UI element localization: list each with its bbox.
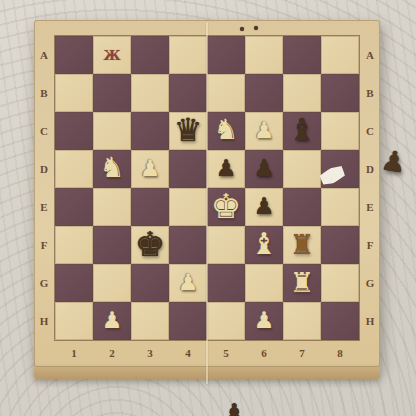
rank-label-bottom-6: 6: [245, 343, 283, 363]
square-e7[interactable]: [283, 188, 321, 226]
square-b4[interactable]: [169, 74, 207, 112]
chess-board: Ж♛♞♟♝♞♟♟♟♚♟♚♝♜♟♜♟♟ AABBCCDDEEFFGGHH12345…: [34, 20, 380, 367]
square-d1[interactable]: [55, 150, 93, 188]
square-g4[interactable]: ♟: [169, 264, 207, 302]
square-f7[interactable]: ♜: [283, 226, 321, 264]
square-h6[interactable]: ♟: [245, 302, 283, 340]
square-e2[interactable]: [93, 188, 131, 226]
square-c7[interactable]: ♝: [283, 112, 321, 150]
square-g3[interactable]: [131, 264, 169, 302]
square-b3[interactable]: [131, 74, 169, 112]
file-label-left-f: F: [37, 226, 51, 264]
square-f5[interactable]: [207, 226, 245, 264]
hinge-screw-icon: [240, 27, 244, 31]
piece-dark-pawn[interactable]: ♟: [254, 157, 275, 180]
file-label-right-g: G: [363, 264, 377, 302]
rank-label-bottom-7: 7: [283, 343, 321, 363]
square-a1[interactable]: [55, 36, 93, 74]
square-a8[interactable]: [321, 36, 359, 74]
square-b8[interactable]: [321, 74, 359, 112]
square-a4[interactable]: [169, 36, 207, 74]
captured-dark-piece-partial[interactable]: ♟: [221, 400, 248, 416]
file-label-left-a: A: [37, 36, 51, 74]
square-f6[interactable]: ♝: [245, 226, 283, 264]
piece-dark-rook[interactable]: ♜: [290, 231, 314, 258]
rank-label-bottom-3: 3: [131, 343, 169, 363]
square-g2[interactable]: [93, 264, 131, 302]
file-label-left-c: C: [37, 112, 51, 150]
file-label-right-f: F: [363, 226, 377, 264]
square-c8[interactable]: [321, 112, 359, 150]
piece-light-pawn[interactable]: ♟: [254, 309, 275, 332]
square-b2[interactable]: [93, 74, 131, 112]
piece-dark-pawn[interactable]: ♟: [254, 195, 275, 218]
piece-dark-queen[interactable]: ♛: [174, 114, 203, 146]
file-label-right-c: C: [363, 112, 377, 150]
square-c1[interactable]: [55, 112, 93, 150]
square-h1[interactable]: [55, 302, 93, 340]
square-a7[interactable]: [283, 36, 321, 74]
piece-light-pawn[interactable]: ♟: [102, 309, 123, 332]
square-e1[interactable]: [55, 188, 93, 226]
square-a5[interactable]: [207, 36, 245, 74]
square-b5[interactable]: [207, 74, 245, 112]
piece-light-rook[interactable]: ♜: [290, 269, 314, 296]
square-g1[interactable]: [55, 264, 93, 302]
file-label-left-d: D: [37, 150, 51, 188]
captured-dark-pawn[interactable]: ♟: [379, 146, 408, 178]
square-f1[interactable]: [55, 226, 93, 264]
square-g7[interactable]: ♜: [283, 264, 321, 302]
piece-light-pawn[interactable]: ♟: [178, 271, 199, 294]
file-label-left-e: E: [37, 188, 51, 226]
file-label-right-e: E: [363, 188, 377, 226]
square-h8[interactable]: [321, 302, 359, 340]
square-c3[interactable]: [131, 112, 169, 150]
square-e3[interactable]: [131, 188, 169, 226]
square-d5[interactable]: ♟: [207, 150, 245, 188]
square-h2[interactable]: ♟: [93, 302, 131, 340]
file-label-right-b: B: [363, 74, 377, 112]
square-e5[interactable]: ♚: [207, 188, 245, 226]
square-b6[interactable]: [245, 74, 283, 112]
piece-light-knight[interactable]: ♞: [213, 116, 238, 144]
square-h4[interactable]: [169, 302, 207, 340]
piece-light-bishop[interactable]: ♝: [251, 229, 278, 259]
maker-logo: Ж: [103, 48, 120, 63]
piece-dark-bishop[interactable]: ♝: [289, 115, 316, 145]
piece-light-pawn[interactable]: ♟: [140, 157, 161, 180]
square-f3[interactable]: ♚: [131, 226, 169, 264]
square-g6[interactable]: [245, 264, 283, 302]
piece-light-pawn[interactable]: ♟: [254, 119, 275, 142]
fold-seam: [206, 22, 208, 384]
file-label-right-a: A: [363, 36, 377, 74]
file-label-left-b: B: [37, 74, 51, 112]
file-label-left-g: G: [37, 264, 51, 302]
piece-dark-king[interactable]: ♚: [135, 227, 165, 261]
rank-label-bottom-2: 2: [93, 343, 131, 363]
hinge-screw-icon: [254, 26, 258, 30]
square-c6[interactable]: ♟: [245, 112, 283, 150]
square-a3[interactable]: [131, 36, 169, 74]
piece-dark-pawn[interactable]: ♟: [216, 157, 237, 180]
piece-light-knight[interactable]: ♞: [99, 154, 124, 182]
rank-label-bottom-4: 4: [169, 343, 207, 363]
square-c5[interactable]: ♞: [207, 112, 245, 150]
file-label-left-h: H: [37, 302, 51, 340]
square-d4[interactable]: [169, 150, 207, 188]
rank-label-bottom-8: 8: [321, 343, 359, 363]
scene-floor: Ж♛♞♟♝♞♟♟♟♚♟♚♝♜♟♜♟♟ AABBCCDDEEFFGGHH12345…: [0, 0, 416, 416]
file-label-right-h: H: [363, 302, 377, 340]
square-e8[interactable]: [321, 188, 359, 226]
rank-label-bottom-5: 5: [207, 343, 245, 363]
square-d7[interactable]: [283, 150, 321, 188]
square-e6[interactable]: ♟: [245, 188, 283, 226]
square-g5[interactable]: [207, 264, 245, 302]
square-b1[interactable]: [55, 74, 93, 112]
square-b7[interactable]: [283, 74, 321, 112]
square-h7[interactable]: [283, 302, 321, 340]
square-c4[interactable]: ♛: [169, 112, 207, 150]
square-d6[interactable]: ♟: [245, 150, 283, 188]
square-c2[interactable]: [93, 112, 131, 150]
square-f4[interactable]: [169, 226, 207, 264]
square-a6[interactable]: [245, 36, 283, 74]
square-f8[interactable]: [321, 226, 359, 264]
square-h3[interactable]: [131, 302, 169, 340]
square-d2[interactable]: ♞: [93, 150, 131, 188]
square-h5[interactable]: [207, 302, 245, 340]
square-e4[interactable]: [169, 188, 207, 226]
square-g8[interactable]: [321, 264, 359, 302]
square-f2[interactable]: [93, 226, 131, 264]
rank-label-bottom-1: 1: [55, 343, 93, 363]
square-a2[interactable]: Ж: [93, 36, 131, 74]
file-label-right-d: D: [363, 150, 377, 188]
piece-light-king[interactable]: ♚: [211, 189, 241, 223]
square-d3[interactable]: ♟: [131, 150, 169, 188]
